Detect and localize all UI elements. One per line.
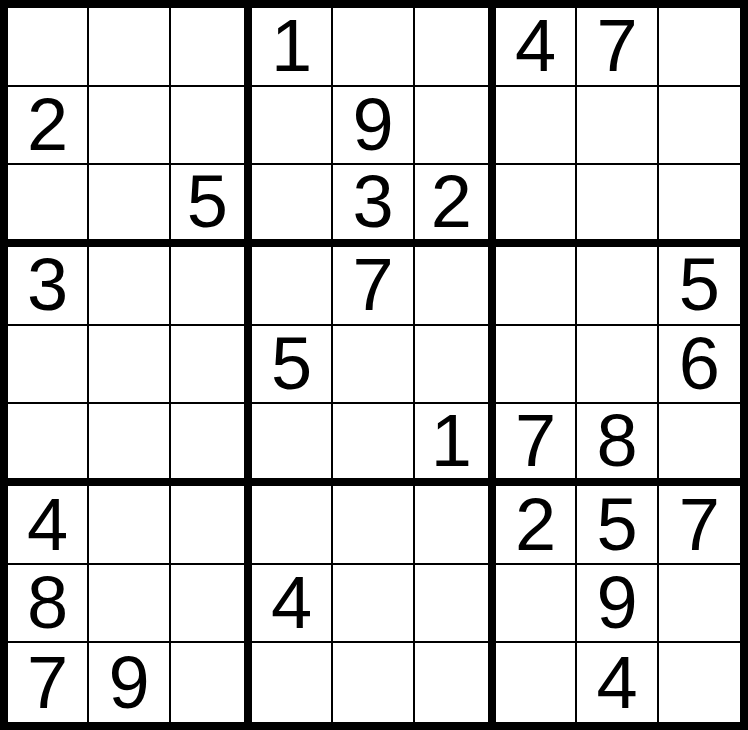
- cell-r1c4[interactable]: 1: [252, 8, 333, 87]
- cell-r3c9[interactable]: [659, 165, 740, 247]
- cell-r6c4[interactable]: [252, 404, 333, 486]
- cell-r1c6[interactable]: [415, 8, 496, 87]
- cell-r1c3[interactable]: [171, 8, 252, 87]
- cell-r1c2[interactable]: [89, 8, 170, 87]
- cell-r6c8[interactable]: 8: [577, 404, 658, 486]
- cell-r7c7[interactable]: 2: [496, 486, 577, 565]
- cell-r8c7[interactable]: [496, 565, 577, 644]
- cell-r1c5[interactable]: [333, 8, 414, 87]
- cell-r8c4[interactable]: 4: [252, 565, 333, 644]
- cell-r1c9[interactable]: [659, 8, 740, 87]
- cell-r9c2[interactable]: 9: [89, 643, 170, 722]
- cell-r6c5[interactable]: [333, 404, 414, 486]
- cell-r5c6[interactable]: [415, 326, 496, 405]
- cell-r8c6[interactable]: [415, 565, 496, 644]
- cell-r7c5[interactable]: [333, 486, 414, 565]
- cell-r7c9[interactable]: 7: [659, 486, 740, 565]
- cell-r3c3[interactable]: 5: [171, 165, 252, 247]
- cell-r2c7[interactable]: [496, 87, 577, 166]
- cell-r4c3[interactable]: [171, 247, 252, 326]
- cell-r7c6[interactable]: [415, 486, 496, 565]
- cell-r5c8[interactable]: [577, 326, 658, 405]
- cell-r8c3[interactable]: [171, 565, 252, 644]
- cell-r1c1[interactable]: [8, 8, 89, 87]
- cell-r8c8[interactable]: 9: [577, 565, 658, 644]
- cell-r2c3[interactable]: [171, 87, 252, 166]
- cell-r6c6[interactable]: 1: [415, 404, 496, 486]
- cell-r4c1[interactable]: 3: [8, 247, 89, 326]
- cell-r1c8[interactable]: 7: [577, 8, 658, 87]
- cell-r9c7[interactable]: [496, 643, 577, 722]
- cell-r8c9[interactable]: [659, 565, 740, 644]
- cell-r7c4[interactable]: [252, 486, 333, 565]
- cell-r6c3[interactable]: [171, 404, 252, 486]
- cell-r9c4[interactable]: [252, 643, 333, 722]
- cell-r8c2[interactable]: [89, 565, 170, 644]
- cell-r7c8[interactable]: 5: [577, 486, 658, 565]
- cell-r2c8[interactable]: [577, 87, 658, 166]
- sudoku-board: 14729532375561784257849794: [0, 0, 748, 730]
- cell-r4c8[interactable]: [577, 247, 658, 326]
- cell-r4c2[interactable]: [89, 247, 170, 326]
- cell-r3c6[interactable]: 2: [415, 165, 496, 247]
- cell-r2c9[interactable]: [659, 87, 740, 166]
- cell-r4c7[interactable]: [496, 247, 577, 326]
- cell-r2c1[interactable]: 2: [8, 87, 89, 166]
- cell-r9c8[interactable]: 4: [577, 643, 658, 722]
- cell-r5c5[interactable]: [333, 326, 414, 405]
- cell-r9c6[interactable]: [415, 643, 496, 722]
- cell-r1c7[interactable]: 4: [496, 8, 577, 87]
- cell-r9c5[interactable]: [333, 643, 414, 722]
- cell-r8c1[interactable]: 8: [8, 565, 89, 644]
- cell-r9c1[interactable]: 7: [8, 643, 89, 722]
- cell-r5c3[interactable]: [171, 326, 252, 405]
- cell-r7c1[interactable]: 4: [8, 486, 89, 565]
- cell-r6c7[interactable]: 7: [496, 404, 577, 486]
- cell-r3c8[interactable]: [577, 165, 658, 247]
- cell-r2c2[interactable]: [89, 87, 170, 166]
- cell-r2c5[interactable]: 9: [333, 87, 414, 166]
- cell-r3c4[interactable]: [252, 165, 333, 247]
- cell-r5c9[interactable]: 6: [659, 326, 740, 405]
- cell-r3c5[interactable]: 3: [333, 165, 414, 247]
- cell-r2c6[interactable]: [415, 87, 496, 166]
- cell-r7c2[interactable]: [89, 486, 170, 565]
- cell-r7c3[interactable]: [171, 486, 252, 565]
- cell-r4c5[interactable]: 7: [333, 247, 414, 326]
- cell-r3c1[interactable]: [8, 165, 89, 247]
- cell-r5c1[interactable]: [8, 326, 89, 405]
- cell-r9c3[interactable]: [171, 643, 252, 722]
- cell-r4c9[interactable]: 5: [659, 247, 740, 326]
- cell-r9c9[interactable]: [659, 643, 740, 722]
- cell-r6c1[interactable]: [8, 404, 89, 486]
- cell-r4c6[interactable]: [415, 247, 496, 326]
- cell-r6c2[interactable]: [89, 404, 170, 486]
- cell-r5c7[interactable]: [496, 326, 577, 405]
- cell-r2c4[interactable]: [252, 87, 333, 166]
- cell-r3c7[interactable]: [496, 165, 577, 247]
- cell-r6c9[interactable]: [659, 404, 740, 486]
- cell-r8c5[interactable]: [333, 565, 414, 644]
- cell-r5c2[interactable]: [89, 326, 170, 405]
- cell-r5c4[interactable]: 5: [252, 326, 333, 405]
- cell-r4c4[interactable]: [252, 247, 333, 326]
- cell-r3c2[interactable]: [89, 165, 170, 247]
